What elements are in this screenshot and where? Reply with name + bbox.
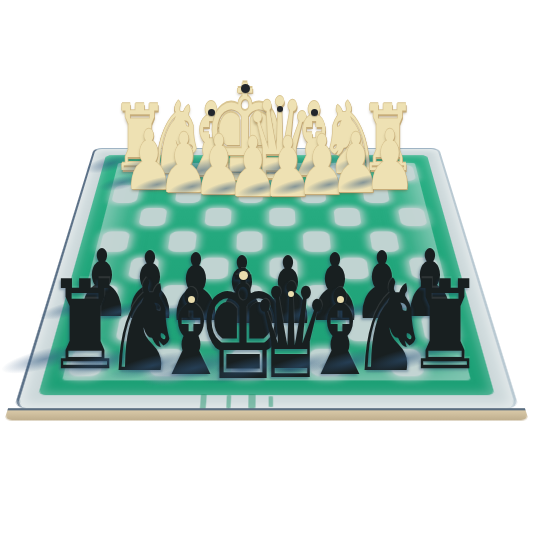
white-pawn: ♟	[364, 119, 416, 202]
finial-dark	[311, 109, 318, 116]
photo-scene: ♜♞♝♚♛♝♞♜♟♟♟♟♟♟♟♟♟♟♟♟♟♟♟♟♜♞♝♚♛♝♞♜	[0, 0, 533, 533]
finial-dark	[277, 106, 283, 112]
finial-cream	[239, 271, 248, 280]
black-rook: ♜	[407, 263, 484, 386]
finial-cream	[188, 296, 195, 303]
pieces-layer: ♜♞♝♚♛♝♞♜♟♟♟♟♟♟♟♟♟♟♟♟♟♟♟♟♜♞♝♚♛♝♞♜	[0, 0, 533, 533]
finial-cream	[337, 296, 344, 303]
finial-dark	[241, 84, 250, 93]
